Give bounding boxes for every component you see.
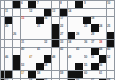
white-cell-r2c6[interactable]: 16 bbox=[44, 17, 51, 24]
white-cell-r1c4[interactable]: 12 bbox=[28, 9, 35, 16]
white-cell-r5c11[interactable]: 36 bbox=[83, 40, 90, 47]
white-cell-r2c9[interactable] bbox=[68, 17, 75, 24]
clue-number: 37 bbox=[91, 40, 94, 43]
clue-number: 58 bbox=[37, 71, 40, 74]
clue-number: 47 bbox=[29, 55, 32, 58]
clue-number: 21 bbox=[37, 24, 40, 27]
white-cell-r5c2[interactable] bbox=[13, 40, 20, 47]
white-cell-r2c13[interactable] bbox=[99, 17, 106, 24]
white-cell-r3c11[interactable]: 23 bbox=[83, 24, 90, 31]
clue-number: 23 bbox=[84, 24, 87, 27]
clue-number: 66 bbox=[76, 78, 79, 80]
clue-number: 42 bbox=[60, 47, 63, 50]
clue-number: 44 bbox=[99, 47, 102, 50]
crossword-screenshot: 6789101112131415161718192021222324252627… bbox=[0, 0, 115, 80]
white-cell-r2c10[interactable] bbox=[75, 17, 82, 24]
white-cell-r1c1[interactable]: 11 bbox=[5, 9, 12, 16]
white-cell-r10c6[interactable]: 65 bbox=[44, 79, 51, 80]
clue-number: 20 bbox=[5, 24, 8, 27]
black-cell-r2c1 bbox=[5, 17, 12, 24]
black-cell-r4c9 bbox=[68, 32, 75, 39]
white-cell-r3c9[interactable] bbox=[68, 24, 75, 31]
white-cell-r3c14[interactable]: 25 bbox=[107, 24, 114, 31]
black-cell-r4c14 bbox=[107, 32, 114, 39]
clue-number: 22 bbox=[60, 24, 63, 27]
clue-number: 43 bbox=[76, 47, 79, 50]
clue-number: 55 bbox=[84, 63, 87, 66]
clue-number: 50 bbox=[84, 55, 87, 58]
clue-number: 7 bbox=[37, 1, 39, 4]
white-cell-r9c11[interactable]: 60 bbox=[83, 71, 90, 78]
white-cell-r6c13[interactable]: 44 bbox=[99, 48, 106, 55]
white-cell-r8c8[interactable] bbox=[60, 63, 67, 70]
white-cell-r4c8[interactable]: 27 bbox=[60, 32, 67, 39]
black-cell-r3c7 bbox=[52, 24, 59, 31]
clue-number: 56 bbox=[99, 63, 102, 66]
white-cell-r7c12[interactable]: 51 bbox=[91, 55, 98, 62]
clue-number: 28 bbox=[76, 32, 79, 35]
white-cell-r8c14[interactable] bbox=[107, 63, 114, 70]
white-cell-r4c11[interactable] bbox=[83, 32, 90, 39]
clue-number: 67 bbox=[91, 78, 94, 80]
black-cell-r0c2 bbox=[13, 1, 20, 8]
white-cell-r10c2[interactable] bbox=[13, 79, 20, 80]
white-cell-r8c4[interactable] bbox=[28, 63, 35, 70]
clue-number: 68 bbox=[107, 78, 110, 80]
white-cell-r9c2[interactable] bbox=[13, 71, 20, 78]
white-cell-r3c4[interactable] bbox=[28, 24, 35, 31]
white-cell-r3c10[interactable] bbox=[75, 24, 82, 31]
white-cell-r4c6[interactable] bbox=[44, 32, 51, 39]
white-cell-r1c10[interactable] bbox=[75, 9, 82, 16]
white-cell-r6c1[interactable] bbox=[5, 48, 12, 55]
white-cell-r4c12[interactable]: 29 bbox=[91, 32, 98, 39]
white-cell-r6c2[interactable] bbox=[13, 48, 20, 55]
white-cell-r3c3[interactable] bbox=[21, 24, 28, 31]
white-cell-r6c8[interactable]: 42 bbox=[60, 48, 67, 55]
clue-number: 54 bbox=[44, 63, 47, 66]
black-cell-r8c12 bbox=[91, 63, 98, 70]
clue-number: 53 bbox=[21, 63, 24, 66]
white-cell-r7c5[interactable] bbox=[36, 55, 43, 62]
white-cell-r6c11[interactable] bbox=[83, 48, 90, 55]
clue-number: 26 bbox=[13, 32, 16, 35]
white-cell-r10c1[interactable]: 63 bbox=[5, 79, 12, 80]
black-cell-r8c2 bbox=[13, 63, 20, 70]
clue-number: 18 bbox=[91, 16, 94, 19]
black-cell-r0c10 bbox=[75, 1, 82, 8]
black-cell-r10c9 bbox=[68, 79, 75, 80]
black-cell-r7c6 bbox=[44, 55, 51, 62]
white-cell-r10c11[interactable] bbox=[83, 79, 90, 80]
clue-number: 9 bbox=[84, 1, 86, 4]
white-cell-r7c7[interactable]: 48 bbox=[52, 55, 59, 62]
black-cell-r2c5 bbox=[36, 17, 43, 24]
white-cell-r5c4[interactable] bbox=[28, 40, 35, 47]
clue-number: 38 bbox=[99, 40, 102, 43]
white-cell-r8c7[interactable] bbox=[52, 63, 59, 70]
white-cell-r3c5[interactable]: 21 bbox=[36, 24, 43, 31]
white-cell-r9c7[interactable] bbox=[52, 71, 59, 78]
white-cell-r0c12[interactable] bbox=[91, 1, 98, 8]
white-cell-r6c14[interactable]: 45 bbox=[107, 48, 114, 55]
clue-number: 11 bbox=[5, 9, 8, 12]
white-cell-r6c10[interactable]: 43 bbox=[75, 48, 82, 55]
black-cell-r8c10 bbox=[75, 63, 82, 70]
clue-number: 16 bbox=[44, 16, 47, 19]
white-cell-r4c1[interactable] bbox=[5, 32, 12, 39]
white-cell-r10c8[interactable] bbox=[60, 79, 67, 80]
white-cell-r3c2[interactable] bbox=[13, 24, 20, 31]
white-cell-r6c5[interactable]: 41 bbox=[36, 48, 43, 55]
white-cell-r3c6[interactable] bbox=[44, 24, 51, 31]
clue-number: 45 bbox=[107, 47, 110, 50]
clue-number: 31 bbox=[21, 40, 24, 43]
white-cell-r2c2[interactable] bbox=[13, 17, 20, 24]
black-cell-r6c12 bbox=[91, 48, 98, 55]
clue-number: 63 bbox=[5, 78, 8, 80]
white-cell-r1c12[interactable] bbox=[91, 9, 98, 16]
clue-number: 29 bbox=[91, 32, 94, 35]
white-cell-r0c6[interactable] bbox=[44, 1, 51, 8]
white-cell-r1c3[interactable] bbox=[21, 9, 28, 16]
white-cell-r6c9[interactable] bbox=[68, 48, 75, 55]
white-cell-r2c7[interactable] bbox=[52, 17, 59, 24]
clue-number: 12 bbox=[29, 9, 32, 12]
white-cell-r8c9[interactable] bbox=[68, 63, 75, 70]
white-cell-r4c2[interactable]: 26 bbox=[13, 32, 20, 39]
black-cell-r10c13 bbox=[99, 79, 106, 80]
clue-number: 24 bbox=[99, 24, 102, 27]
clue-number: 65 bbox=[44, 78, 47, 80]
white-cell-r10c4[interactable]: 64 bbox=[28, 79, 35, 80]
white-cell-r7c14[interactable]: 52 bbox=[107, 55, 114, 62]
white-cell-r0c14[interactable]: 10 bbox=[107, 1, 114, 8]
white-cell-r10c3[interactable] bbox=[21, 79, 28, 80]
white-cell-r9c3[interactable]: 57 bbox=[21, 71, 28, 78]
white-cell-r4c4[interactable] bbox=[28, 32, 35, 39]
white-cell-r3c1[interactable]: 20 bbox=[5, 24, 12, 31]
white-cell-r4c10[interactable]: 28 bbox=[75, 32, 82, 39]
clue-number: 8 bbox=[60, 1, 62, 4]
white-cell-r7c9[interactable]: 49 bbox=[68, 55, 75, 62]
white-cell-r3c13[interactable]: 24 bbox=[99, 24, 106, 31]
white-cell-r4c5[interactable] bbox=[36, 32, 43, 39]
clue-number: 14 bbox=[68, 9, 71, 12]
white-cell-r7c10[interactable] bbox=[75, 55, 82, 62]
white-cell-r0c7[interactable] bbox=[52, 1, 59, 8]
white-cell-r5c9[interactable]: 34 bbox=[68, 40, 75, 47]
clue-number: 10 bbox=[107, 1, 110, 4]
white-cell-r10c10[interactable]: 66 bbox=[75, 79, 82, 80]
crossword-grid: 6789101112131415161718192021222324252627… bbox=[0, 0, 115, 80]
white-cell-r7c11[interactable]: 50 bbox=[83, 55, 90, 62]
clue-number: 40 bbox=[21, 47, 24, 50]
white-cell-r8c1[interactable] bbox=[5, 63, 12, 70]
black-cell-r3c12 bbox=[91, 24, 98, 31]
white-cell-r8c3[interactable]: 53 bbox=[21, 63, 28, 70]
white-cell-r3c8[interactable]: 22 bbox=[60, 24, 67, 31]
white-cell-r0c11[interactable]: 9 bbox=[83, 1, 90, 8]
white-cell-r9c13[interactable]: 61 bbox=[99, 71, 106, 78]
clue-number: 32 bbox=[44, 40, 47, 43]
white-cell-r7c1[interactable]: 46 bbox=[5, 55, 12, 62]
white-cell-r1c14[interactable] bbox=[107, 9, 114, 16]
white-cell-r2c12[interactable]: 18 bbox=[91, 17, 98, 24]
clue-number: 33 bbox=[60, 40, 63, 43]
white-cell-r9c5[interactable]: 58 bbox=[36, 71, 43, 78]
white-cell-r5c1[interactable] bbox=[5, 40, 12, 47]
black-cell-r1c6 bbox=[44, 9, 51, 16]
clue-number: 59 bbox=[60, 71, 63, 74]
white-cell-r1c7[interactable]: 13 bbox=[52, 9, 59, 16]
white-cell-r6c4[interactable] bbox=[28, 48, 35, 55]
clue-number: 51 bbox=[91, 55, 94, 58]
clue-number: 27 bbox=[60, 32, 63, 35]
clue-number: 64 bbox=[29, 78, 32, 80]
white-cell-r5c6[interactable]: 32 bbox=[44, 40, 51, 47]
black-cell-r7c2 bbox=[13, 55, 20, 62]
white-cell-r6c6[interactable] bbox=[44, 48, 51, 55]
white-cell-r0c5[interactable]: 7 bbox=[36, 1, 43, 8]
clue-number: 13 bbox=[52, 9, 55, 12]
white-cell-r1c5[interactable] bbox=[36, 9, 43, 16]
clue-number: 49 bbox=[68, 55, 71, 58]
white-cell-r8c6[interactable]: 54 bbox=[44, 63, 51, 70]
clue-number: 61 bbox=[99, 71, 102, 74]
white-cell-r0c1[interactable] bbox=[5, 1, 12, 8]
black-cell-r2c11 bbox=[83, 17, 90, 24]
white-cell-r2c3[interactable]: 15 bbox=[21, 17, 28, 24]
clue-number: 41 bbox=[37, 47, 40, 50]
white-cell-r0c3[interactable]: 6 bbox=[21, 1, 28, 8]
white-cell-r0c13[interactable] bbox=[99, 1, 106, 8]
black-cell-r5c7 bbox=[52, 40, 59, 47]
white-cell-r1c2[interactable] bbox=[13, 9, 20, 16]
white-cell-r0c9[interactable] bbox=[68, 1, 75, 8]
white-cell-r5c12[interactable]: 37 bbox=[91, 40, 98, 47]
white-cell-r7c3[interactable] bbox=[21, 55, 28, 62]
white-cell-r7c8[interactable] bbox=[60, 55, 67, 62]
white-cell-r6c3[interactable]: 40 bbox=[21, 48, 28, 55]
white-cell-r2c4[interactable] bbox=[28, 17, 35, 24]
white-cell-r6c7[interactable] bbox=[52, 48, 59, 55]
white-cell-r10c12[interactable]: 67 bbox=[91, 79, 98, 80]
white-cell-r2c8[interactable]: 17 bbox=[60, 17, 67, 24]
black-cell-r1c8 bbox=[60, 9, 67, 16]
white-cell-r4c3[interactable] bbox=[21, 32, 28, 39]
clue-number: 34 bbox=[68, 40, 71, 43]
clue-number: 17 bbox=[60, 16, 63, 19]
clue-number: 6 bbox=[21, 1, 23, 4]
black-cell-r9c9 bbox=[68, 71, 75, 78]
white-cell-r8c13[interactable]: 56 bbox=[99, 63, 106, 70]
black-cell-r10c5 bbox=[36, 79, 43, 80]
clue-number: 15 bbox=[21, 16, 24, 19]
white-cell-r0c8[interactable]: 8 bbox=[60, 1, 67, 8]
black-cell-r0c4 bbox=[28, 1, 35, 8]
white-cell-r9c8[interactable]: 59 bbox=[60, 71, 67, 78]
white-cell-r1c9[interactable]: 14 bbox=[68, 9, 75, 16]
clue-number: 48 bbox=[52, 55, 55, 58]
white-cell-r1c11[interactable] bbox=[83, 9, 90, 16]
clue-number: 52 bbox=[107, 55, 110, 58]
white-cell-r10c14[interactable]: 68 bbox=[107, 79, 114, 80]
black-cell-r8c5 bbox=[36, 63, 43, 70]
clue-number: 60 bbox=[84, 71, 87, 74]
white-cell-r8c11[interactable]: 55 bbox=[83, 63, 90, 70]
clue-number: 46 bbox=[5, 55, 8, 58]
white-cell-r1c13[interactable] bbox=[99, 9, 106, 16]
black-cell-r4c7 bbox=[52, 32, 59, 39]
clue-number: 25 bbox=[107, 24, 110, 27]
clue-number: 57 bbox=[21, 71, 24, 74]
white-cell-r4c13[interactable] bbox=[99, 32, 106, 39]
white-cell-r7c4[interactable]: 47 bbox=[28, 55, 35, 62]
black-cell-r7c13 bbox=[99, 55, 106, 62]
clue-number: 36 bbox=[84, 40, 87, 43]
white-cell-r10c7[interactable] bbox=[52, 79, 59, 80]
white-cell-r2c14[interactable] bbox=[107, 17, 114, 24]
